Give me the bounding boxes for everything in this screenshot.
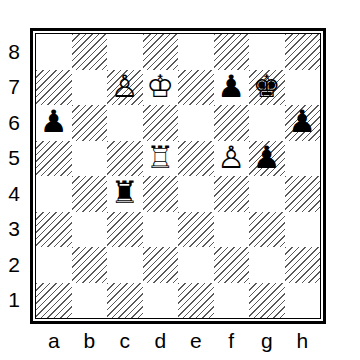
- square-b1[interactable]: [72, 283, 108, 319]
- square-c8[interactable]: [107, 34, 143, 70]
- square-e1[interactable]: [178, 283, 214, 319]
- square-e3[interactable]: [178, 212, 214, 248]
- black-rook[interactable]: ♜: [111, 175, 139, 211]
- square-g1[interactable]: [249, 283, 285, 319]
- square-h8[interactable]: [285, 34, 321, 70]
- rank-label-4: 4: [0, 176, 28, 212]
- chess-board[interactable]: ♙♔♟♚♟♟♖♙♟♜: [36, 34, 320, 318]
- square-a7[interactable]: [36, 70, 72, 106]
- black-king[interactable]: ♚: [253, 69, 281, 105]
- square-g6[interactable]: [249, 105, 285, 141]
- square-f8[interactable]: [214, 34, 250, 70]
- square-a8[interactable]: [36, 34, 72, 70]
- file-label-b: b: [72, 327, 108, 355]
- file-label-g: g: [249, 327, 285, 355]
- square-a1[interactable]: [36, 283, 72, 319]
- square-f4[interactable]: [214, 176, 250, 212]
- square-a6[interactable]: ♟: [36, 105, 72, 141]
- square-f5[interactable]: ♙: [214, 141, 250, 177]
- square-c3[interactable]: [107, 212, 143, 248]
- white-king[interactable]: ♔: [146, 69, 174, 105]
- file-label-f: f: [214, 327, 250, 355]
- rank-label-5: 5: [0, 141, 28, 177]
- square-h4[interactable]: [285, 176, 321, 212]
- square-a3[interactable]: [36, 212, 72, 248]
- file-labels: abcdefgh: [36, 327, 320, 355]
- square-f6[interactable]: [214, 105, 250, 141]
- square-h2[interactable]: [285, 247, 321, 283]
- square-d2[interactable]: [143, 247, 179, 283]
- square-d6[interactable]: [143, 105, 179, 141]
- square-d4[interactable]: [143, 176, 179, 212]
- square-e2[interactable]: [178, 247, 214, 283]
- square-h5[interactable]: [285, 141, 321, 177]
- black-pawn[interactable]: ♟: [288, 104, 316, 140]
- file-label-c: c: [107, 327, 143, 355]
- square-c4[interactable]: ♜: [107, 176, 143, 212]
- square-c5[interactable]: [107, 141, 143, 177]
- square-f1[interactable]: [214, 283, 250, 319]
- square-f2[interactable]: [214, 247, 250, 283]
- square-a4[interactable]: [36, 176, 72, 212]
- square-b3[interactable]: [72, 212, 108, 248]
- square-e8[interactable]: [178, 34, 214, 70]
- square-d8[interactable]: [143, 34, 179, 70]
- file-label-e: e: [178, 327, 214, 355]
- square-f3[interactable]: [214, 212, 250, 248]
- square-c1[interactable]: [107, 283, 143, 319]
- square-b4[interactable]: [72, 176, 108, 212]
- square-a2[interactable]: [36, 247, 72, 283]
- rank-label-1: 1: [0, 283, 28, 319]
- square-h3[interactable]: [285, 212, 321, 248]
- square-e5[interactable]: [178, 141, 214, 177]
- square-g7[interactable]: ♚: [249, 70, 285, 106]
- white-pawn[interactable]: ♙: [111, 69, 139, 105]
- white-rook[interactable]: ♖: [146, 140, 174, 176]
- square-g4[interactable]: [249, 176, 285, 212]
- square-c6[interactable]: [107, 105, 143, 141]
- square-h1[interactable]: [285, 283, 321, 319]
- rank-label-8: 8: [0, 34, 28, 70]
- file-label-a: a: [36, 327, 72, 355]
- square-c7[interactable]: ♙: [107, 70, 143, 106]
- black-pawn[interactable]: ♟: [253, 140, 281, 176]
- square-d7[interactable]: ♔: [143, 70, 179, 106]
- square-e4[interactable]: [178, 176, 214, 212]
- square-c2[interactable]: [107, 247, 143, 283]
- rank-label-6: 6: [0, 105, 28, 141]
- square-g3[interactable]: [249, 212, 285, 248]
- square-e7[interactable]: [178, 70, 214, 106]
- rank-label-3: 3: [0, 212, 28, 248]
- rank-label-7: 7: [0, 70, 28, 106]
- file-label-h: h: [285, 327, 321, 355]
- white-pawn[interactable]: ♙: [217, 140, 245, 176]
- square-d1[interactable]: [143, 283, 179, 319]
- square-b8[interactable]: [72, 34, 108, 70]
- square-f7[interactable]: ♟: [214, 70, 250, 106]
- rank-label-2: 2: [0, 247, 28, 283]
- rank-labels: 87654321: [0, 34, 28, 318]
- board-frame: ♙♔♟♚♟♟♖♙♟♜: [30, 28, 326, 324]
- black-pawn[interactable]: ♟: [217, 69, 245, 105]
- square-d5[interactable]: ♖: [143, 141, 179, 177]
- black-pawn[interactable]: ♟: [40, 104, 68, 140]
- file-label-d: d: [143, 327, 179, 355]
- square-g5[interactable]: ♟: [249, 141, 285, 177]
- board-inner-frame: ♙♔♟♚♟♟♖♙♟♜: [35, 33, 321, 319]
- chess-diagram-page: 87654321 ♙♔♟♚♟♟♖♙♟♜ abcdefgh: [0, 0, 360, 360]
- square-a5[interactable]: [36, 141, 72, 177]
- square-b7[interactable]: [72, 70, 108, 106]
- square-d3[interactable]: [143, 212, 179, 248]
- square-b6[interactable]: [72, 105, 108, 141]
- square-g2[interactable]: [249, 247, 285, 283]
- square-h6[interactable]: ♟: [285, 105, 321, 141]
- square-b2[interactable]: [72, 247, 108, 283]
- square-h7[interactable]: [285, 70, 321, 106]
- square-g8[interactable]: [249, 34, 285, 70]
- square-b5[interactable]: [72, 141, 108, 177]
- square-e6[interactable]: [178, 105, 214, 141]
